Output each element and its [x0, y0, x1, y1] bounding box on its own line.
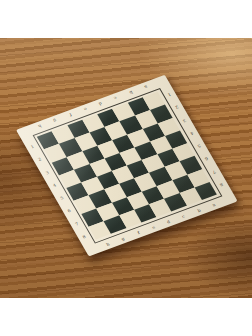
file-label-d: d — [161, 216, 176, 226]
file-label-a: a — [206, 199, 221, 209]
product-photo: hgfedcba hgfedcba 12345678 12345678 — [0, 0, 252, 336]
file-label-h: h — [100, 239, 115, 249]
file-label-e: e — [146, 222, 161, 232]
file-label-g: g — [115, 233, 130, 243]
file-label-b: b — [191, 205, 206, 215]
file-label-c: c — [176, 211, 191, 221]
file-label-f: f — [130, 227, 145, 237]
